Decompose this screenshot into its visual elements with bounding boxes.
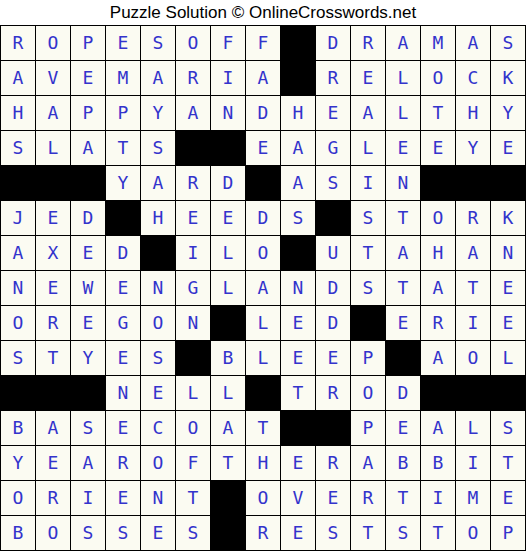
letter-cell-r9c9: E: [281, 306, 315, 340]
letter-cell-r3c11: A: [351, 96, 385, 130]
black-cell-r15c7: [211, 516, 245, 550]
letter-cell-r2c10: R: [316, 61, 350, 95]
letter-cell-r13c11: A: [351, 446, 385, 480]
letter-cell-r2c6: R: [176, 61, 210, 95]
letter-cell-r1c4: E: [106, 26, 140, 60]
letter-cell-r7c7: L: [211, 236, 245, 270]
letter-cell-r5c10: S: [316, 166, 350, 200]
puzzle-solution-page: Puzzle Solution © OnlineCrosswords.net R…: [0, 0, 526, 551]
letter-cell-r10c13: A: [421, 341, 455, 375]
letter-cell-r8c8: A: [246, 271, 280, 305]
letter-cell-r12c14: L: [456, 411, 490, 445]
letter-cell-r4c13: E: [421, 131, 455, 165]
letter-cell-r9c5: O: [141, 306, 175, 340]
letter-cell-r2c11: E: [351, 61, 385, 95]
letter-cell-r8c2: E: [36, 271, 70, 305]
letter-cell-r13c2: E: [36, 446, 70, 480]
letter-cell-r6c12: T: [386, 201, 420, 235]
letter-cell-r15c9: E: [281, 516, 315, 550]
letter-cell-r14c3: I: [71, 481, 105, 515]
letter-cell-r6c7: E: [211, 201, 245, 235]
letter-cell-r15c15: P: [491, 516, 525, 550]
letter-cell-r7c6: I: [176, 236, 210, 270]
letter-cell-r9c15: E: [491, 306, 525, 340]
letter-cell-r9c14: I: [456, 306, 490, 340]
black-cell-r2c9: [281, 61, 315, 95]
letter-cell-r10c3: Y: [71, 341, 105, 375]
letter-cell-r14c6: T: [176, 481, 210, 515]
letter-cell-r4c5: S: [141, 131, 175, 165]
letter-cell-r4c2: L: [36, 131, 70, 165]
letter-cell-r3c9: H: [281, 96, 315, 130]
letter-cell-r13c7: T: [211, 446, 245, 480]
black-cell-r6c4: [106, 201, 140, 235]
letter-cell-r4c10: G: [316, 131, 350, 165]
letter-cell-r1c6: O: [176, 26, 210, 60]
letter-cell-r7c14: A: [456, 236, 490, 270]
letter-cell-r2c8: A: [246, 61, 280, 95]
letter-cell-r11c6: L: [176, 376, 210, 410]
letter-cell-r5c11: I: [351, 166, 385, 200]
letter-cell-r9c8: L: [246, 306, 280, 340]
letter-cell-r12c2: A: [36, 411, 70, 445]
black-cell-r5c13: [421, 166, 455, 200]
letter-cell-r3c14: H: [456, 96, 490, 130]
letter-cell-r7c12: A: [386, 236, 420, 270]
letter-cell-r11c11: O: [351, 376, 385, 410]
black-cell-r5c1: [1, 166, 35, 200]
letter-cell-r3c5: Y: [141, 96, 175, 130]
letter-cell-r1c2: O: [36, 26, 70, 60]
letter-cell-r12c5: C: [141, 411, 175, 445]
letter-cell-r8c7: L: [211, 271, 245, 305]
letter-cell-r8c9: N: [281, 271, 315, 305]
letter-cell-r11c5: E: [141, 376, 175, 410]
letter-cell-r6c14: R: [456, 201, 490, 235]
letter-cell-r9c4: G: [106, 306, 140, 340]
letter-cell-r15c1: B: [1, 516, 35, 550]
letter-cell-r10c15: L: [491, 341, 525, 375]
letter-cell-r1c11: R: [351, 26, 385, 60]
black-cell-r4c6: [176, 131, 210, 165]
letter-cell-r3c12: L: [386, 96, 420, 130]
letter-cell-r13c14: I: [456, 446, 490, 480]
letter-cell-r1c10: D: [316, 26, 350, 60]
letter-cell-r15c4: S: [106, 516, 140, 550]
letter-cell-r2c13: O: [421, 61, 455, 95]
black-cell-r11c14: [456, 376, 490, 410]
letter-cell-r8c6: G: [176, 271, 210, 305]
black-cell-r11c3: [71, 376, 105, 410]
letter-cell-r6c3: D: [71, 201, 105, 235]
letter-cell-r13c12: B: [386, 446, 420, 480]
letter-cell-r7c13: H: [421, 236, 455, 270]
letter-cell-r11c9: T: [281, 376, 315, 410]
letter-cell-r11c7: L: [211, 376, 245, 410]
letter-cell-r11c4: N: [106, 376, 140, 410]
letter-cell-r8c11: S: [351, 271, 385, 305]
letter-cell-r10c5: S: [141, 341, 175, 375]
letter-cell-r15c8: R: [246, 516, 280, 550]
letter-cell-r9c10: D: [316, 306, 350, 340]
letter-cell-r13c13: B: [421, 446, 455, 480]
letter-cell-r6c15: K: [491, 201, 525, 235]
letter-cell-r10c2: T: [36, 341, 70, 375]
black-cell-r4c7: [211, 131, 245, 165]
letter-cell-r2c15: K: [491, 61, 525, 95]
letter-cell-r13c3: A: [71, 446, 105, 480]
letter-cell-r2c14: C: [456, 61, 490, 95]
letter-cell-r13c9: E: [281, 446, 315, 480]
black-cell-r1c9: [281, 26, 315, 60]
letter-cell-r3c6: A: [176, 96, 210, 130]
letter-cell-r4c1: S: [1, 131, 35, 165]
letter-cell-r1c14: A: [456, 26, 490, 60]
letter-cell-r12c8: T: [246, 411, 280, 445]
letter-cell-r7c2: X: [36, 236, 70, 270]
letter-cell-r8c4: E: [106, 271, 140, 305]
letter-cell-r9c3: E: [71, 306, 105, 340]
letter-cell-r10c9: E: [281, 341, 315, 375]
black-cell-r11c8: [246, 376, 280, 410]
black-cell-r12c10: [316, 411, 350, 445]
letter-cell-r1c13: M: [421, 26, 455, 60]
letter-cell-r1c5: S: [141, 26, 175, 60]
letter-cell-r10c14: O: [456, 341, 490, 375]
letter-cell-r6c8: D: [246, 201, 280, 235]
letter-cell-r12c7: A: [211, 411, 245, 445]
letter-cell-r12c13: A: [421, 411, 455, 445]
letter-cell-r15c11: T: [351, 516, 385, 550]
letter-cell-r3c1: H: [1, 96, 35, 130]
letter-cell-r9c12: E: [386, 306, 420, 340]
letter-cell-r10c11: P: [351, 341, 385, 375]
letter-cell-r6c5: H: [141, 201, 175, 235]
letter-cell-r14c15: E: [491, 481, 525, 515]
letter-cell-r8c10: D: [316, 271, 350, 305]
letter-cell-r3c13: T: [421, 96, 455, 130]
letter-cell-r14c9: V: [281, 481, 315, 515]
letter-cell-r1c7: F: [211, 26, 245, 60]
letter-cell-r4c11: L: [351, 131, 385, 165]
letter-cell-r14c8: O: [246, 481, 280, 515]
letter-cell-r5c12: N: [386, 166, 420, 200]
letter-cell-r14c12: T: [386, 481, 420, 515]
letter-cell-r3c8: D: [246, 96, 280, 130]
letter-cell-r9c13: R: [421, 306, 455, 340]
letter-cell-r10c4: E: [106, 341, 140, 375]
letter-cell-r15c3: S: [71, 516, 105, 550]
letter-cell-r15c6: S: [176, 516, 210, 550]
letter-cell-r10c10: E: [316, 341, 350, 375]
letter-cell-r8c14: T: [456, 271, 490, 305]
letter-cell-r15c14: O: [456, 516, 490, 550]
letter-cell-r2c1: A: [1, 61, 35, 95]
letter-cell-r14c10: E: [316, 481, 350, 515]
black-cell-r7c9: [281, 236, 315, 270]
letter-cell-r1c15: S: [491, 26, 525, 60]
letter-cell-r3c3: P: [71, 96, 105, 130]
letter-cell-r7c1: A: [1, 236, 35, 270]
letter-cell-r10c1: S: [1, 341, 35, 375]
letter-cell-r3c10: E: [316, 96, 350, 130]
black-cell-r11c2: [36, 376, 70, 410]
letter-cell-r4c14: Y: [456, 131, 490, 165]
black-cell-r11c15: [491, 376, 525, 410]
black-cell-r10c6: [176, 341, 210, 375]
letter-cell-r7c10: U: [316, 236, 350, 270]
letter-cell-r10c8: L: [246, 341, 280, 375]
letter-cell-r3c4: P: [106, 96, 140, 130]
letter-cell-r1c3: P: [71, 26, 105, 60]
letter-cell-r15c12: S: [386, 516, 420, 550]
letter-cell-r5c4: Y: [106, 166, 140, 200]
letter-cell-r12c15: S: [491, 411, 525, 445]
letter-cell-r14c4: E: [106, 481, 140, 515]
letter-cell-r2c3: E: [71, 61, 105, 95]
letter-cell-r6c2: E: [36, 201, 70, 235]
letter-cell-r12c4: E: [106, 411, 140, 445]
letter-cell-r1c12: A: [386, 26, 420, 60]
letter-cell-r2c4: M: [106, 61, 140, 95]
letter-cell-r7c11: T: [351, 236, 385, 270]
letter-cell-r5c6: R: [176, 166, 210, 200]
letter-cell-r8c5: N: [141, 271, 175, 305]
letter-cell-r4c8: E: [246, 131, 280, 165]
letter-cell-r14c2: R: [36, 481, 70, 515]
black-cell-r6c10: [316, 201, 350, 235]
letter-cell-r6c1: J: [1, 201, 35, 235]
letter-cell-r4c4: T: [106, 131, 140, 165]
black-cell-r5c8: [246, 166, 280, 200]
letter-cell-r12c1: B: [1, 411, 35, 445]
letter-cell-r5c5: A: [141, 166, 175, 200]
letter-cell-r12c12: E: [386, 411, 420, 445]
letter-cell-r15c10: S: [316, 516, 350, 550]
letter-cell-r10c7: B: [211, 341, 245, 375]
letter-cell-r13c5: O: [141, 446, 175, 480]
letter-cell-r1c8: F: [246, 26, 280, 60]
page-title: Puzzle Solution © OnlineCrosswords.net: [0, 0, 526, 25]
letter-cell-r9c2: R: [36, 306, 70, 340]
letter-cell-r9c1: O: [1, 306, 35, 340]
crossword-grid: ROPESOFFDRAMASAVEMARIARELOCKHAPPYANDHEAL…: [0, 25, 526, 551]
letter-cell-r2c12: L: [386, 61, 420, 95]
letter-cell-r3c15: Y: [491, 96, 525, 130]
letter-cell-r13c6: F: [176, 446, 210, 480]
letter-cell-r15c2: O: [36, 516, 70, 550]
letter-cell-r11c12: D: [386, 376, 420, 410]
letter-cell-r4c12: E: [386, 131, 420, 165]
black-cell-r5c14: [456, 166, 490, 200]
letter-cell-r14c5: N: [141, 481, 175, 515]
letter-cell-r8c1: N: [1, 271, 35, 305]
letter-cell-r13c1: Y: [1, 446, 35, 480]
letter-cell-r14c13: I: [421, 481, 455, 515]
letter-cell-r2c2: V: [36, 61, 70, 95]
letter-cell-r6c13: O: [421, 201, 455, 235]
black-cell-r9c7: [211, 306, 245, 340]
letter-cell-r6c9: S: [281, 201, 315, 235]
letter-cell-r5c9: A: [281, 166, 315, 200]
letter-cell-r8c12: T: [386, 271, 420, 305]
letter-cell-r8c3: W: [71, 271, 105, 305]
black-cell-r5c2: [36, 166, 70, 200]
black-cell-r11c1: [1, 376, 35, 410]
letter-cell-r13c15: T: [491, 446, 525, 480]
letter-cell-r2c5: A: [141, 61, 175, 95]
black-cell-r12c9: [281, 411, 315, 445]
letter-cell-r6c11: S: [351, 201, 385, 235]
letter-cell-r13c4: R: [106, 446, 140, 480]
letter-cell-r4c3: A: [71, 131, 105, 165]
letter-cell-r7c15: N: [491, 236, 525, 270]
letter-cell-r7c3: E: [71, 236, 105, 270]
letter-cell-r1c1: R: [1, 26, 35, 60]
letter-cell-r9c6: N: [176, 306, 210, 340]
letter-cell-r7c8: O: [246, 236, 280, 270]
letter-cell-r8c15: E: [491, 271, 525, 305]
letter-cell-r15c5: E: [141, 516, 175, 550]
letter-cell-r2c7: I: [211, 61, 245, 95]
letter-cell-r6c6: E: [176, 201, 210, 235]
letter-cell-r14c11: R: [351, 481, 385, 515]
letter-cell-r15c13: T: [421, 516, 455, 550]
letter-cell-r13c8: H: [246, 446, 280, 480]
black-cell-r11c13: [421, 376, 455, 410]
black-cell-r9c11: [351, 306, 385, 340]
letter-cell-r4c9: A: [281, 131, 315, 165]
black-cell-r5c15: [491, 166, 525, 200]
letter-cell-r13c10: R: [316, 446, 350, 480]
letter-cell-r5c7: D: [211, 166, 245, 200]
letter-cell-r12c6: O: [176, 411, 210, 445]
letter-cell-r3c2: A: [36, 96, 70, 130]
letter-cell-r11c10: R: [316, 376, 350, 410]
letter-cell-r4c15: E: [491, 131, 525, 165]
letter-cell-r3c7: N: [211, 96, 245, 130]
letter-cell-r7c4: D: [106, 236, 140, 270]
letter-cell-r8c13: A: [421, 271, 455, 305]
letter-cell-r14c1: O: [1, 481, 35, 515]
letter-cell-r12c3: S: [71, 411, 105, 445]
black-cell-r7c5: [141, 236, 175, 270]
black-cell-r14c7: [211, 481, 245, 515]
black-cell-r10c12: [386, 341, 420, 375]
letter-cell-r14c14: M: [456, 481, 490, 515]
letter-cell-r12c11: P: [351, 411, 385, 445]
black-cell-r5c3: [71, 166, 105, 200]
